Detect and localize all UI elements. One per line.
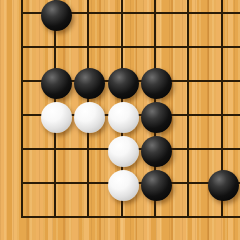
black-stone-c4r3: [108, 68, 139, 99]
white-stone-c3r4: [74, 102, 105, 133]
white-stone-c2r4: [41, 102, 72, 133]
black-stone-c7r6: [208, 170, 239, 201]
grid-line-horizontal-2: [21, 46, 240, 48]
black-stone-c5r5: [141, 136, 172, 167]
black-stone-c5r6: [141, 170, 172, 201]
grid-line-vertical-6: [187, 0, 189, 218]
white-stone-c4r4: [108, 102, 139, 133]
white-stone-c4r6: [108, 170, 139, 201]
black-stone-c5r3: [141, 68, 172, 99]
black-stone-c2r3: [41, 68, 72, 99]
grid-line-vertical-1: [21, 0, 23, 218]
black-stone-c5r4: [141, 102, 172, 133]
black-stone-c3r3: [74, 68, 105, 99]
go-board[interactable]: [0, 0, 240, 240]
screenshot-root: [0, 0, 240, 240]
black-stone-c2r1: [41, 0, 72, 31]
grid-line-horizontal-7: [21, 216, 240, 218]
white-stone-c4r5: [108, 136, 139, 167]
